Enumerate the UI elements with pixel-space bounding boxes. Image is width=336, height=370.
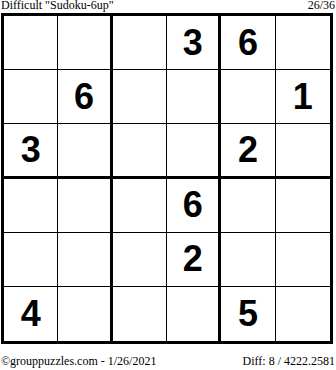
sudoku-cell-r6c5-given[interactable]: 5 [221, 287, 275, 341]
sudoku-cell-r5c1-empty[interactable] [4, 233, 58, 287]
sudoku-cell-r4c6-empty[interactable] [276, 179, 330, 233]
sudoku-cell-r4c5-empty[interactable] [221, 179, 275, 233]
sudoku-cell-r3c6-empty[interactable] [276, 124, 330, 178]
sudoku-cell-r1c2-empty[interactable] [58, 16, 112, 70]
copyright-text: ©grouppuzzles.com - 1/26/2021 [1, 354, 156, 368]
sudoku-cell-r2c2-given[interactable]: 6 [58, 70, 112, 124]
puzzle-counter: 26/36 [308, 0, 335, 12]
sudoku-cell-r1c3-empty[interactable] [113, 16, 167, 70]
sudoku-cell-r1c1-empty[interactable] [4, 16, 58, 70]
difficulty-text: Diff: 8 / 4222.2581 [243, 354, 335, 368]
sudoku-cell-r3c3-empty[interactable] [113, 124, 167, 178]
sudoku-cell-r4c3-empty[interactable] [113, 179, 167, 233]
sudoku-cell-r4c4-given[interactable]: 6 [167, 179, 221, 233]
sudoku-cell-r5c2-empty[interactable] [58, 233, 112, 287]
sudoku-cell-r4c1-empty[interactable] [4, 179, 58, 233]
sudoku-cell-r1c5-given[interactable]: 6 [221, 16, 275, 70]
sudoku-cell-r6c2-empty[interactable] [58, 287, 112, 341]
puzzle-title: Difficult "Sudoku-6up" [1, 0, 114, 12]
sudoku-cell-r6c6-empty[interactable] [276, 287, 330, 341]
sudoku-cell-r3c1-given[interactable]: 3 [4, 124, 58, 178]
sudoku-cell-r2c1-empty[interactable] [4, 70, 58, 124]
sudoku-cell-r5c4-given[interactable]: 2 [167, 233, 221, 287]
sudoku-cell-r5c3-empty[interactable] [113, 233, 167, 287]
sudoku-cell-r2c3-empty[interactable] [113, 70, 167, 124]
sudoku-cell-r4c2-empty[interactable] [58, 179, 112, 233]
sudoku-cell-r3c5-given[interactable]: 2 [221, 124, 275, 178]
sudoku-cell-r3c4-empty[interactable] [167, 124, 221, 178]
sudoku-cell-r5c6-empty[interactable] [276, 233, 330, 287]
sudoku-cell-r2c4-empty[interactable] [167, 70, 221, 124]
sudoku-cell-r6c3-empty[interactable] [113, 287, 167, 341]
sudoku-cell-r1c4-given[interactable]: 3 [167, 16, 221, 70]
sudoku-cell-r2c5-empty[interactable] [221, 70, 275, 124]
sudoku-cell-r1c6-empty[interactable] [276, 16, 330, 70]
sudoku-cell-r6c1-given[interactable]: 4 [4, 287, 58, 341]
sudoku-cell-r6c4-empty[interactable] [167, 287, 221, 341]
footer: ©grouppuzzles.com - 1/26/2021 Diff: 8 / … [1, 354, 335, 368]
sudoku-cell-r2c6-given[interactable]: 1 [276, 70, 330, 124]
sudoku-cell-r5c5-empty[interactable] [221, 233, 275, 287]
sudoku-board: 3661326245 [1, 13, 333, 344]
header: Difficult "Sudoku-6up" 26/36 [1, 0, 335, 12]
sudoku-cell-r3c2-empty[interactable] [58, 124, 112, 178]
